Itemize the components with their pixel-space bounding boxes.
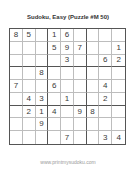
cell-r9-c3 bbox=[36, 131, 49, 144]
cell-r2-c6: 7 bbox=[74, 42, 87, 55]
cell-r1-c9 bbox=[112, 29, 125, 42]
cell-r4-c5 bbox=[61, 67, 74, 80]
cell-r4-c1 bbox=[10, 67, 23, 80]
cell-r8-c3: 9 bbox=[36, 118, 49, 131]
cell-r4-c3: 8 bbox=[36, 67, 49, 80]
cell-r2-c5: 9 bbox=[61, 42, 74, 55]
cell-r8-c1 bbox=[10, 118, 23, 131]
cell-r6-c2: 4 bbox=[23, 93, 36, 106]
cell-r5-c3 bbox=[36, 80, 49, 93]
cell-r2-c2 bbox=[23, 42, 36, 55]
cell-r5-c7 bbox=[87, 80, 100, 93]
cell-r7-c8 bbox=[99, 106, 112, 119]
cell-r3-c1 bbox=[10, 55, 23, 68]
cell-r5-c1: 7 bbox=[10, 80, 23, 93]
cell-r3-c7 bbox=[87, 55, 100, 68]
cell-r9-c9: 4 bbox=[112, 131, 125, 144]
cell-r3-c6 bbox=[74, 55, 87, 68]
cell-r1-c1: 8 bbox=[10, 29, 23, 42]
cell-r1-c8 bbox=[99, 29, 112, 42]
cell-r3-c5: 3 bbox=[61, 55, 74, 68]
cell-r4-c9 bbox=[112, 67, 125, 80]
cell-r4-c6 bbox=[74, 67, 87, 80]
cell-r6-c6 bbox=[74, 93, 87, 106]
footer-url: www.printmysudoku.com bbox=[0, 159, 136, 165]
cell-r4-c8 bbox=[99, 67, 112, 80]
cell-r3-c9: 2 bbox=[112, 55, 125, 68]
cell-r9-c1 bbox=[10, 131, 23, 144]
cell-r6-c3: 3 bbox=[36, 93, 49, 106]
cell-r6-c8: 2 bbox=[99, 93, 112, 106]
printable-sudoku-page: Sudoku, Easy (Puzzle #M 50) 851659713628… bbox=[0, 0, 136, 176]
cell-r7-c1 bbox=[10, 106, 23, 119]
cell-r2-c8 bbox=[99, 42, 112, 55]
cell-r1-c2: 5 bbox=[23, 29, 36, 42]
cell-r7-c9 bbox=[112, 106, 125, 119]
cell-r8-c5 bbox=[61, 118, 74, 131]
cell-r6-c4 bbox=[48, 93, 61, 106]
puzzle-title: Sudoku, Easy (Puzzle #M 50) bbox=[0, 14, 136, 20]
cell-r4-c7 bbox=[87, 67, 100, 80]
cell-r5-c4: 6 bbox=[48, 80, 61, 93]
cell-r2-c7 bbox=[87, 42, 100, 55]
cell-r8-c6 bbox=[74, 118, 87, 131]
cell-r1-c7 bbox=[87, 29, 100, 42]
cell-r4-c4 bbox=[48, 67, 61, 80]
cell-r5-c6 bbox=[74, 80, 87, 93]
cell-r4-c2 bbox=[23, 67, 36, 80]
cell-r8-c8 bbox=[99, 118, 112, 131]
cell-r6-c5: 1 bbox=[61, 93, 74, 106]
cell-r7-c3: 1 bbox=[36, 106, 49, 119]
cell-r7-c5 bbox=[61, 106, 74, 119]
cell-r9-c8: 3 bbox=[99, 131, 112, 144]
cell-r5-c5 bbox=[61, 80, 74, 93]
cell-r8-c7 bbox=[87, 118, 100, 131]
cell-r9-c4 bbox=[48, 131, 61, 144]
cell-r6-c9 bbox=[112, 93, 125, 106]
cell-r8-c4 bbox=[48, 118, 61, 131]
cell-r1-c5: 6 bbox=[61, 29, 74, 42]
cell-r6-c7 bbox=[87, 93, 100, 106]
cell-r7-c4: 4 bbox=[48, 106, 61, 119]
cell-r3-c2 bbox=[23, 55, 36, 68]
cell-r1-c3 bbox=[36, 29, 49, 42]
cell-r9-c2 bbox=[23, 131, 36, 144]
cell-r7-c6: 9 bbox=[74, 106, 87, 119]
cell-r1-c4: 1 bbox=[48, 29, 61, 42]
cell-r3-c3 bbox=[36, 55, 49, 68]
sudoku-board: 8516597136287644312214989734 bbox=[9, 28, 126, 145]
cell-r2-c1 bbox=[10, 42, 23, 55]
cell-r3-c4 bbox=[48, 55, 61, 68]
cell-r9-c5: 7 bbox=[61, 131, 74, 144]
cell-r7-c2: 2 bbox=[23, 106, 36, 119]
cell-r2-c4: 5 bbox=[48, 42, 61, 55]
cell-r6-c1 bbox=[10, 93, 23, 106]
cell-r5-c8: 4 bbox=[99, 80, 112, 93]
cell-r8-c9 bbox=[112, 118, 125, 131]
cell-r1-c6 bbox=[74, 29, 87, 42]
cell-r5-c9 bbox=[112, 80, 125, 93]
cell-r9-c6 bbox=[74, 131, 87, 144]
cell-r2-c3 bbox=[36, 42, 49, 55]
cell-r5-c2 bbox=[23, 80, 36, 93]
cell-r3-c8: 6 bbox=[99, 55, 112, 68]
cell-r9-c7 bbox=[87, 131, 100, 144]
cell-r2-c9: 1 bbox=[112, 42, 125, 55]
cell-r8-c2 bbox=[23, 118, 36, 131]
cell-r7-c7: 8 bbox=[87, 106, 100, 119]
